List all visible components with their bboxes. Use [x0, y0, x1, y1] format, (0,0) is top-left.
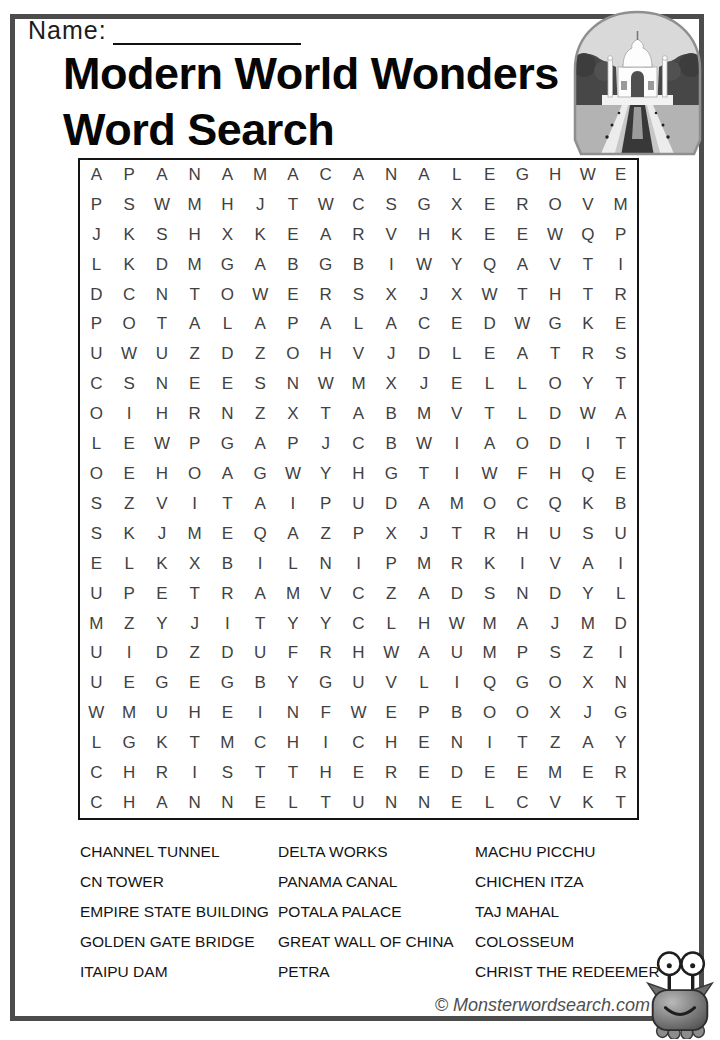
grid-cell[interactable]: D — [146, 639, 179, 669]
grid-cell[interactable]: A — [277, 519, 310, 549]
grid-cell[interactable]: H — [309, 339, 342, 369]
grid-cell[interactable]: E — [473, 339, 506, 369]
grid-cell[interactable]: F — [277, 639, 310, 669]
grid-cell[interactable]: T — [146, 310, 179, 340]
grid-cell[interactable]: M — [571, 609, 604, 639]
grid-cell[interactable]: I — [244, 549, 277, 579]
grid-cell[interactable]: T — [604, 369, 637, 399]
grid-cell[interactable]: U — [80, 579, 113, 609]
grid-cell[interactable]: U — [342, 668, 375, 698]
grid-cell[interactable]: X — [178, 549, 211, 579]
grid-cell[interactable]: X — [277, 399, 310, 429]
grid-cell[interactable]: S — [375, 190, 408, 220]
grid-cell[interactable]: A — [342, 160, 375, 190]
grid-cell[interactable]: I — [506, 549, 539, 579]
grid-cell[interactable]: U — [440, 639, 473, 669]
grid-cell[interactable]: V — [440, 399, 473, 429]
grid-cell[interactable]: V — [309, 579, 342, 609]
grid-cell[interactable]: T — [178, 728, 211, 758]
grid-cell[interactable]: D — [473, 310, 506, 340]
grid-cell[interactable]: M — [244, 160, 277, 190]
grid-cell[interactable]: N — [211, 788, 244, 818]
grid-cell[interactable]: O — [80, 399, 113, 429]
grid-cell[interactable]: G — [211, 250, 244, 280]
grid-cell[interactable]: X — [375, 369, 408, 399]
grid-cell[interactable]: I — [244, 698, 277, 728]
grid-cell[interactable]: Y — [571, 579, 604, 609]
grid-cell[interactable]: E — [408, 728, 441, 758]
grid-cell[interactable]: K — [571, 310, 604, 340]
grid-cell[interactable]: I — [342, 549, 375, 579]
grid-cell[interactable]: C — [342, 190, 375, 220]
grid-cell[interactable]: C — [342, 609, 375, 639]
grid-cell[interactable]: M — [440, 489, 473, 519]
grid-cell[interactable]: L — [80, 250, 113, 280]
grid-cell[interactable]: T — [408, 459, 441, 489]
grid-cell[interactable]: A — [408, 579, 441, 609]
grid-cell[interactable]: M — [604, 190, 637, 220]
grid-cell[interactable]: Z — [375, 579, 408, 609]
grid-cell[interactable]: T — [309, 399, 342, 429]
grid-cell[interactable]: E — [440, 369, 473, 399]
grid-cell[interactable]: P — [80, 190, 113, 220]
grid-cell[interactable]: W — [244, 280, 277, 310]
grid-cell[interactable]: V — [375, 668, 408, 698]
grid-cell[interactable]: T — [244, 758, 277, 788]
grid-cell[interactable]: T — [277, 758, 310, 788]
grid-cell[interactable]: W — [473, 280, 506, 310]
grid-cell[interactable]: W — [113, 339, 146, 369]
grid-cell[interactable]: Z — [178, 639, 211, 669]
grid-cell[interactable]: A — [309, 310, 342, 340]
grid-cell[interactable]: C — [408, 310, 441, 340]
grid-cell[interactable]: Y — [277, 609, 310, 639]
grid-cell[interactable]: T — [506, 728, 539, 758]
grid-cell[interactable]: E — [244, 788, 277, 818]
grid-cell[interactable]: R — [571, 339, 604, 369]
grid-cell[interactable]: H — [277, 728, 310, 758]
grid-cell[interactable]: U — [80, 639, 113, 669]
grid-cell[interactable]: H — [539, 459, 572, 489]
grid-cell[interactable]: E — [571, 758, 604, 788]
grid-cell[interactable]: O — [539, 668, 572, 698]
grid-cell[interactable]: N — [375, 160, 408, 190]
grid-cell[interactable]: G — [211, 668, 244, 698]
grid-cell[interactable]: R — [309, 280, 342, 310]
grid-cell[interactable]: A — [571, 728, 604, 758]
grid-cell[interactable]: I — [211, 609, 244, 639]
grid-cell[interactable]: O — [539, 190, 572, 220]
grid-cell[interactable]: D — [440, 758, 473, 788]
grid-cell[interactable]: V — [539, 250, 572, 280]
grid-cell[interactable]: L — [408, 668, 441, 698]
grid-cell[interactable]: E — [113, 668, 146, 698]
grid-cell[interactable]: N — [277, 698, 310, 728]
grid-cell[interactable]: R — [178, 399, 211, 429]
grid-cell[interactable]: E — [604, 310, 637, 340]
grid-cell[interactable]: R — [604, 280, 637, 310]
grid-cell[interactable]: M — [473, 609, 506, 639]
grid-cell[interactable]: N — [506, 579, 539, 609]
grid-cell[interactable]: L — [80, 429, 113, 459]
grid-cell[interactable]: H — [375, 728, 408, 758]
grid-cell[interactable]: H — [211, 190, 244, 220]
grid-cell[interactable]: S — [539, 639, 572, 669]
grid-cell[interactable]: Q — [473, 250, 506, 280]
grid-cell[interactable]: W — [408, 429, 441, 459]
grid-cell[interactable]: M — [178, 250, 211, 280]
grid-cell[interactable]: I — [604, 250, 637, 280]
grid-cell[interactable]: Y — [146, 609, 179, 639]
grid-cell[interactable]: J — [244, 190, 277, 220]
grid-cell[interactable]: W — [571, 160, 604, 190]
grid-cell[interactable]: N — [408, 788, 441, 818]
grid-cell[interactable]: V — [375, 220, 408, 250]
grid-cell[interactable]: D — [539, 429, 572, 459]
grid-cell[interactable]: I — [309, 728, 342, 758]
grid-cell[interactable]: W — [342, 698, 375, 728]
grid-cell[interactable]: A — [211, 160, 244, 190]
grid-cell[interactable]: E — [80, 549, 113, 579]
grid-cell[interactable]: T — [604, 788, 637, 818]
grid-cell[interactable]: C — [342, 429, 375, 459]
grid-cell[interactable]: J — [539, 609, 572, 639]
grid-cell[interactable]: I — [440, 459, 473, 489]
grid-cell[interactable]: M — [178, 190, 211, 220]
grid-cell[interactable]: T — [506, 280, 539, 310]
grid-cell[interactable]: C — [80, 788, 113, 818]
name-field[interactable] — [113, 17, 301, 45]
grid-cell[interactable]: W — [146, 190, 179, 220]
grid-cell[interactable]: A — [375, 310, 408, 340]
grid-cell[interactable]: W — [506, 310, 539, 340]
grid-cell[interactable]: J — [408, 280, 441, 310]
grid-cell[interactable]: S — [244, 369, 277, 399]
grid-cell[interactable]: L — [440, 339, 473, 369]
grid-cell[interactable]: I — [113, 639, 146, 669]
grid-cell[interactable]: E — [178, 668, 211, 698]
grid-cell[interactable]: Q — [244, 519, 277, 549]
grid-cell[interactable]: P — [113, 160, 146, 190]
grid-cell[interactable]: K — [146, 728, 179, 758]
grid-cell[interactable]: S — [604, 339, 637, 369]
grid-cell[interactable]: A — [244, 579, 277, 609]
grid-cell[interactable]: D — [211, 639, 244, 669]
grid-cell[interactable]: A — [506, 339, 539, 369]
grid-cell[interactable]: C — [309, 160, 342, 190]
grid-cell[interactable]: X — [375, 280, 408, 310]
grid-cell[interactable]: K — [146, 549, 179, 579]
grid-cell[interactable]: E — [211, 369, 244, 399]
grid-cell[interactable]: J — [571, 698, 604, 728]
grid-cell[interactable]: M — [277, 579, 310, 609]
grid-cell[interactable]: A — [244, 429, 277, 459]
grid-cell[interactable]: U — [342, 489, 375, 519]
grid-cell[interactable]: W — [309, 369, 342, 399]
grid-cell[interactable]: L — [375, 609, 408, 639]
grid-cell[interactable]: N — [375, 788, 408, 818]
grid-cell[interactable]: L — [277, 788, 310, 818]
grid-cell[interactable]: Z — [244, 339, 277, 369]
grid-cell[interactable]: Y — [604, 728, 637, 758]
grid-cell[interactable]: K — [571, 788, 604, 818]
grid-cell[interactable]: P — [342, 519, 375, 549]
grid-cell[interactable]: Y — [440, 250, 473, 280]
grid-cell[interactable]: E — [211, 698, 244, 728]
grid-cell[interactable]: W — [408, 250, 441, 280]
grid-cell[interactable]: E — [113, 429, 146, 459]
grid-cell[interactable]: L — [211, 310, 244, 340]
grid-cell[interactable]: E — [506, 758, 539, 788]
grid-cell[interactable]: A — [146, 160, 179, 190]
grid-cell[interactable]: N — [277, 369, 310, 399]
grid-cell[interactable]: W — [277, 459, 310, 489]
grid-cell[interactable]: H — [408, 220, 441, 250]
grid-cell[interactable]: K — [473, 549, 506, 579]
grid-cell[interactable]: B — [342, 250, 375, 280]
grid-cell[interactable]: C — [80, 369, 113, 399]
grid-cell[interactable]: X — [440, 190, 473, 220]
grid-cell[interactable]: D — [604, 609, 637, 639]
grid-cell[interactable]: O — [473, 489, 506, 519]
grid-cell[interactable]: A — [506, 609, 539, 639]
grid-cell[interactable]: E — [440, 310, 473, 340]
grid-cell[interactable]: M — [408, 549, 441, 579]
grid-cell[interactable]: X — [211, 220, 244, 250]
grid-cell[interactable]: S — [211, 758, 244, 788]
grid-cell[interactable]: D — [146, 250, 179, 280]
grid-cell[interactable]: W — [440, 609, 473, 639]
grid-cell[interactable]: R — [604, 758, 637, 788]
grid-cell[interactable]: J — [178, 609, 211, 639]
grid-cell[interactable]: M — [408, 399, 441, 429]
grid-cell[interactable]: A — [408, 160, 441, 190]
grid-cell[interactable]: H — [309, 758, 342, 788]
grid-cell[interactable]: P — [375, 549, 408, 579]
grid-cell[interactable]: R — [309, 639, 342, 669]
grid-cell[interactable]: A — [309, 220, 342, 250]
grid-cell[interactable]: M — [211, 728, 244, 758]
grid-cell[interactable]: W — [473, 459, 506, 489]
grid-cell[interactable]: L — [506, 369, 539, 399]
grid-cell[interactable]: H — [146, 459, 179, 489]
grid-cell[interactable]: U — [80, 668, 113, 698]
grid-cell[interactable]: P — [506, 639, 539, 669]
grid-cell[interactable]: X — [571, 668, 604, 698]
grid-cell[interactable]: K — [113, 519, 146, 549]
grid-cell[interactable]: A — [571, 549, 604, 579]
grid-cell[interactable]: Z — [178, 339, 211, 369]
grid-cell[interactable]: T — [178, 579, 211, 609]
grid-cell[interactable]: G — [309, 668, 342, 698]
grid-cell[interactable]: X — [539, 698, 572, 728]
grid-cell[interactable]: X — [440, 280, 473, 310]
grid-cell[interactable]: N — [440, 728, 473, 758]
grid-cell[interactable]: B — [440, 698, 473, 728]
grid-cell[interactable]: H — [539, 280, 572, 310]
grid-cell[interactable]: K — [571, 489, 604, 519]
grid-cell[interactable]: K — [440, 220, 473, 250]
grid-cell[interactable]: H — [408, 609, 441, 639]
grid-cell[interactable]: M — [342, 369, 375, 399]
grid-cell[interactable]: M — [80, 609, 113, 639]
grid-cell[interactable]: O — [506, 429, 539, 459]
grid-cell[interactable]: M — [473, 639, 506, 669]
grid-cell[interactable]: L — [277, 549, 310, 579]
grid-cell[interactable]: G — [604, 698, 637, 728]
grid-cell[interactable]: H — [146, 399, 179, 429]
grid-cell[interactable]: I — [277, 489, 310, 519]
grid-cell[interactable]: R — [473, 519, 506, 549]
grid-cell[interactable]: G — [539, 310, 572, 340]
grid-cell[interactable]: D — [408, 339, 441, 369]
grid-cell[interactable]: U — [146, 698, 179, 728]
grid-cell[interactable]: Y — [309, 459, 342, 489]
grid-cell[interactable]: R — [342, 220, 375, 250]
grid-cell[interactable]: J — [146, 519, 179, 549]
grid-cell[interactable]: J — [408, 369, 441, 399]
grid-cell[interactable]: W — [80, 698, 113, 728]
grid-cell[interactable]: E — [178, 369, 211, 399]
grid-cell[interactable]: L — [342, 310, 375, 340]
grid-cell[interactable]: H — [342, 639, 375, 669]
grid-cell[interactable]: M — [539, 758, 572, 788]
grid-cell[interactable]: S — [146, 220, 179, 250]
grid-cell[interactable]: R — [146, 758, 179, 788]
grid-cell[interactable]: P — [309, 489, 342, 519]
grid-cell[interactable]: D — [539, 579, 572, 609]
grid-cell[interactable]: Y — [309, 609, 342, 639]
grid-cell[interactable]: O — [178, 459, 211, 489]
grid-cell[interactable]: I — [178, 758, 211, 788]
grid-cell[interactable]: H — [178, 220, 211, 250]
grid-cell[interactable]: C — [244, 728, 277, 758]
grid-cell[interactable]: P — [408, 698, 441, 728]
grid-cell[interactable]: L — [440, 160, 473, 190]
grid-cell[interactable]: D — [375, 489, 408, 519]
grid-cell[interactable]: G — [506, 160, 539, 190]
grid-cell[interactable]: U — [146, 339, 179, 369]
grid-cell[interactable]: C — [113, 280, 146, 310]
grid-cell[interactable]: K — [113, 220, 146, 250]
grid-cell[interactable]: I — [604, 549, 637, 579]
grid-cell[interactable]: I — [113, 399, 146, 429]
grid-cell[interactable]: A — [244, 489, 277, 519]
grid-cell[interactable]: F — [506, 459, 539, 489]
grid-cell[interactable]: I — [473, 728, 506, 758]
grid-cell[interactable]: O — [539, 369, 572, 399]
grid-cell[interactable]: A — [408, 489, 441, 519]
grid-cell[interactable]: E — [506, 220, 539, 250]
grid-cell[interactable]: A — [473, 429, 506, 459]
grid-cell[interactable]: N — [178, 788, 211, 818]
grid-cell[interactable]: G — [211, 429, 244, 459]
grid-cell[interactable]: P — [113, 579, 146, 609]
grid-cell[interactable]: B — [604, 489, 637, 519]
grid-cell[interactable]: E — [375, 698, 408, 728]
grid-cell[interactable]: R — [375, 758, 408, 788]
grid-cell[interactable]: Q — [473, 668, 506, 698]
grid-cell[interactable]: A — [211, 459, 244, 489]
grid-cell[interactable]: E — [342, 758, 375, 788]
grid-cell[interactable]: U — [80, 339, 113, 369]
grid-cell[interactable]: P — [277, 310, 310, 340]
grid-cell[interactable]: E — [277, 280, 310, 310]
grid-cell[interactable]: S — [473, 579, 506, 609]
grid-cell[interactable]: T — [571, 280, 604, 310]
grid-cell[interactable]: N — [146, 280, 179, 310]
grid-cell[interactable]: A — [80, 160, 113, 190]
grid-cell[interactable]: H — [178, 698, 211, 728]
grid-cell[interactable]: N — [309, 549, 342, 579]
grid-cell[interactable]: V — [146, 489, 179, 519]
grid-cell[interactable]: D — [80, 280, 113, 310]
grid-cell[interactable]: C — [342, 728, 375, 758]
grid-cell[interactable]: P — [80, 310, 113, 340]
grid-cell[interactable]: A — [506, 250, 539, 280]
grid-cell[interactable]: I — [571, 429, 604, 459]
grid-cell[interactable]: A — [604, 399, 637, 429]
grid-cell[interactable]: G — [244, 459, 277, 489]
grid-cell[interactable]: V — [342, 339, 375, 369]
grid-cell[interactable]: B — [277, 250, 310, 280]
grid-cell[interactable]: T — [440, 519, 473, 549]
grid-cell[interactable]: B — [211, 549, 244, 579]
grid-cell[interactable]: U — [342, 788, 375, 818]
grid-cell[interactable]: B — [375, 429, 408, 459]
grid-cell[interactable]: H — [113, 758, 146, 788]
grid-cell[interactable]: B — [375, 399, 408, 429]
grid-cell[interactable]: I — [375, 250, 408, 280]
grid-cell[interactable]: O — [80, 459, 113, 489]
grid-cell[interactable]: W — [375, 639, 408, 669]
grid-cell[interactable]: E — [604, 160, 637, 190]
grid-cell[interactable]: R — [440, 549, 473, 579]
grid-cell[interactable]: Z — [113, 489, 146, 519]
grid-cell[interactable]: K — [244, 220, 277, 250]
grid-cell[interactable]: E — [211, 519, 244, 549]
grid-cell[interactable]: T — [178, 280, 211, 310]
grid-cell[interactable]: W — [146, 429, 179, 459]
grid-cell[interactable]: T — [277, 190, 310, 220]
grid-cell[interactable]: E — [408, 758, 441, 788]
grid-cell[interactable]: L — [80, 728, 113, 758]
grid-cell[interactable]: E — [473, 758, 506, 788]
grid-cell[interactable]: T — [244, 609, 277, 639]
grid-cell[interactable]: T — [604, 429, 637, 459]
grid-cell[interactable]: B — [244, 668, 277, 698]
grid-cell[interactable]: X — [375, 519, 408, 549]
grid-cell[interactable]: O — [277, 339, 310, 369]
grid-cell[interactable]: E — [473, 220, 506, 250]
grid-cell[interactable]: D — [440, 579, 473, 609]
grid-cell[interactable]: H — [506, 519, 539, 549]
grid-cell[interactable]: M — [178, 519, 211, 549]
grid-cell[interactable]: S — [113, 190, 146, 220]
grid-cell[interactable]: N — [178, 160, 211, 190]
grid-cell[interactable]: G — [113, 728, 146, 758]
grid-cell[interactable]: K — [113, 250, 146, 280]
grid-cell[interactable]: C — [80, 758, 113, 788]
grid-cell[interactable]: A — [408, 639, 441, 669]
grid-cell[interactable]: T — [211, 489, 244, 519]
grid-cell[interactable]: Q — [571, 459, 604, 489]
grid-cell[interactable]: U — [604, 519, 637, 549]
grid-cell[interactable]: Z — [113, 609, 146, 639]
grid-cell[interactable]: C — [506, 489, 539, 519]
grid-cell[interactable]: J — [80, 220, 113, 250]
grid-cell[interactable]: N — [146, 369, 179, 399]
